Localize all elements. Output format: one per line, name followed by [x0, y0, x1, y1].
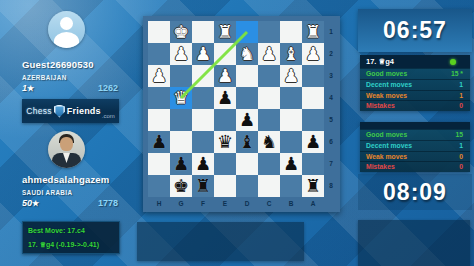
analysis-row-weak-moves: Weak moves1: [360, 90, 470, 101]
square-e7[interactable]: [214, 153, 236, 175]
analysis-label: Weak moves: [366, 91, 407, 101]
rank-label-2: 2: [324, 43, 338, 65]
square-g8[interactable]: ♚: [170, 175, 192, 197]
square-c6[interactable]: ♞: [258, 131, 280, 153]
square-h6[interactable]: ♟: [148, 131, 170, 153]
square-a1[interactable]: ♜: [302, 21, 324, 43]
analysis-value: 0: [459, 152, 463, 162]
analysis-row-mistakes: Mistakes0: [360, 100, 470, 111]
square-d5[interactable]: ♟: [236, 109, 258, 131]
analysis-value: 1: [459, 80, 463, 90]
square-h1[interactable]: [148, 21, 170, 43]
square-b1[interactable]: [280, 21, 302, 43]
square-a3[interactable]: [302, 65, 324, 87]
square-f4[interactable]: [192, 87, 214, 109]
analysis-label: Mistakes: [366, 101, 395, 111]
file-label-F: F: [192, 197, 214, 210]
square-a8[interactable]: ♜: [302, 175, 324, 197]
square-d1[interactable]: [236, 21, 258, 43]
analysis-row-weak-moves: Weak moves0: [360, 151, 470, 162]
logo-text-chess: Chess: [26, 106, 52, 116]
analysis-value: 0: [459, 162, 463, 172]
engine-analysis-box: Best Move: 17.c4 17. ♕g4 (-0.19->-0.41): [22, 221, 120, 254]
piece-white-rook-a1[interactable]: ♜: [302, 21, 324, 43]
analysis-header-empty: [360, 122, 470, 129]
analysis-label: Decent moves: [366, 141, 412, 151]
square-g2[interactable]: ♟: [170, 43, 192, 65]
analysis-label: Weak moves: [366, 152, 407, 162]
analysis-label: Decent moves: [366, 80, 412, 90]
rank-labels: 12345678: [324, 21, 338, 197]
rank-label-1: 1: [324, 21, 338, 43]
square-c7[interactable]: [258, 153, 280, 175]
analysis-label: Good moves: [366, 130, 407, 140]
piece-white-pawn-g2[interactable]: ♟: [170, 43, 192, 65]
file-label-E: E: [214, 197, 236, 210]
rank-label-4: 4: [324, 87, 338, 109]
square-g1[interactable]: ♚: [170, 21, 192, 43]
square-b8[interactable]: [280, 175, 302, 197]
logo-text-friends: Friends: [67, 106, 101, 116]
square-b7[interactable]: ♟: [280, 153, 302, 175]
square-f8[interactable]: ♜: [192, 175, 214, 197]
square-b3[interactable]: ♟: [280, 65, 302, 87]
logo-text-com: .com: [102, 113, 115, 119]
piece-white-pawn-b3[interactable]: ♟: [280, 65, 302, 87]
rank-label-6: 6: [324, 131, 338, 153]
bottom-player-clock: 08:09: [358, 174, 472, 210]
file-labels: HGFEDCBA: [148, 197, 324, 210]
piece-white-king-g1[interactable]: ♚: [170, 21, 192, 43]
good-move-dot-icon: [450, 59, 456, 65]
played-move-eval-text: 17. ♕g4 (-0.19->-0.41): [28, 241, 99, 249]
square-c8[interactable]: [258, 175, 280, 197]
bottom-player-rating: 1778: [98, 198, 118, 208]
chessfriends-logo: Chess Friends .com: [22, 99, 119, 123]
piece-white-queen-g4[interactable]: ♛: [170, 87, 192, 109]
bottom-player-stars: 50★: [22, 198, 39, 208]
top-player-country: AZERBAIJAN: [22, 74, 67, 81]
analysis-value: 1: [459, 91, 463, 101]
square-h4[interactable]: [148, 87, 170, 109]
square-h8[interactable]: [148, 175, 170, 197]
top-player-stars: 1★: [22, 83, 34, 93]
top-player-clock: 06:57: [358, 9, 472, 52]
square-b2[interactable]: ♝: [280, 43, 302, 65]
square-d4[interactable]: [236, 87, 258, 109]
game-screen: Guest26690530 AZERBAIJAN 1★ 1262 Chess F…: [0, 0, 474, 266]
file-label-G: G: [170, 197, 192, 210]
rank-label-7: 7: [324, 153, 338, 175]
piece-black-queen-e6[interactable]: ♛: [214, 131, 236, 153]
square-d8[interactable]: [236, 175, 258, 197]
analysis-value: 15: [455, 130, 463, 140]
bottom-player-country: SAUDI ARABIA: [22, 189, 72, 196]
file-label-A: A: [302, 197, 324, 210]
square-e8[interactable]: [214, 175, 236, 197]
chess-board-panel: ♚♜♜♟♟♞♟♝♟♟♟♟♛♟♟♟♛♝♞♟♟♟♟♚♜♜ HGFEDCBA 1234…: [143, 16, 340, 212]
piece-white-rook-e1[interactable]: ♜: [214, 21, 236, 43]
square-d2[interactable]: ♞: [236, 43, 258, 65]
top-player-name: Guest26690530: [22, 59, 94, 70]
square-g7[interactable]: ♟: [170, 153, 192, 175]
analysis-row-mistakes: Mistakes0: [360, 161, 470, 172]
square-a2[interactable]: ♟: [302, 43, 324, 65]
shield-icon: [54, 105, 65, 118]
analysis-row-good-moves: Good moves15: [360, 129, 470, 140]
square-h7[interactable]: [148, 153, 170, 175]
square-h5[interactable]: [148, 109, 170, 131]
square-a6[interactable]: ♟: [302, 131, 324, 153]
square-g3[interactable]: [170, 65, 192, 87]
square-g5[interactable]: [170, 109, 192, 131]
square-c5[interactable]: [258, 109, 280, 131]
analysis-row-decent-moves: Decent moves1: [360, 79, 470, 90]
analysis-panel-bottom: Good moves15Decent moves1Weak moves0Mist…: [360, 122, 470, 172]
square-e4[interactable]: ♟: [214, 87, 236, 109]
star-icon: ★: [27, 84, 34, 93]
top-player-avatar: [48, 11, 85, 48]
square-e2[interactable]: [214, 43, 236, 65]
analysis-value: 15 *: [451, 69, 463, 79]
bottom-player-avatar: [48, 131, 85, 168]
piece-black-pawn-f7[interactable]: ♟: [192, 153, 214, 175]
piece-black-pawn-b7[interactable]: ♟: [280, 153, 302, 175]
square-d3[interactable]: [236, 65, 258, 87]
file-label-H: H: [148, 197, 170, 210]
square-g6[interactable]: [170, 131, 192, 153]
square-f2[interactable]: ♟: [192, 43, 214, 65]
square-h2[interactable]: [148, 43, 170, 65]
piece-black-pawn-a6[interactable]: ♟: [302, 131, 324, 153]
piece-black-pawn-d5[interactable]: ♟: [236, 109, 258, 131]
rank-label-3: 3: [324, 65, 338, 87]
square-f7[interactable]: ♟: [192, 153, 214, 175]
top-player-rating: 1262: [98, 83, 118, 93]
square-f3[interactable]: [192, 65, 214, 87]
piece-white-pawn-e3[interactable]: ♟: [214, 65, 236, 87]
piece-black-bishop-d6[interactable]: ♝: [236, 131, 258, 153]
move-list-panel: [137, 222, 304, 261]
square-h3[interactable]: ♟: [148, 65, 170, 87]
square-c2[interactable]: ♟: [258, 43, 280, 65]
square-a4[interactable]: [302, 87, 324, 109]
analysis-value: 1: [459, 141, 463, 151]
piece-black-rook-f8[interactable]: ♜: [192, 175, 214, 197]
best-move-text: Best Move: 17.c4: [28, 227, 85, 234]
rank-label-5: 5: [324, 109, 338, 131]
square-c4[interactable]: [258, 87, 280, 109]
file-label-B: B: [280, 197, 302, 210]
chess-board[interactable]: ♚♜♜♟♟♞♟♝♟♟♟♟♛♟♟♟♛♝♞♟♟♟♟♚♜♜: [148, 21, 324, 197]
square-e3[interactable]: ♟: [214, 65, 236, 87]
square-a7[interactable]: [302, 153, 324, 175]
chat-panel: [358, 220, 470, 266]
piece-white-bishop-b2[interactable]: ♝: [280, 43, 302, 65]
square-e1[interactable]: ♜: [214, 21, 236, 43]
analysis-row-decent-moves: Decent moves1: [360, 140, 470, 151]
bottom-player-stats: 50★ 1778: [22, 198, 118, 210]
square-e5[interactable]: [214, 109, 236, 131]
file-label-D: D: [236, 197, 258, 210]
square-e6[interactable]: ♛: [214, 131, 236, 153]
square-d7[interactable]: [236, 153, 258, 175]
analysis-move-header: 17. ♕g4: [360, 55, 470, 68]
analysis-label: Mistakes: [366, 162, 395, 172]
file-label-C: C: [258, 197, 280, 210]
bottom-player-name: ahmedsalahgazem: [22, 174, 109, 185]
analysis-row-good-moves: Good moves15 *: [360, 68, 470, 79]
analysis-label: Good moves: [366, 69, 407, 79]
piece-white-knight-d2[interactable]: ♞: [236, 43, 258, 65]
square-b5[interactable]: [280, 109, 302, 131]
square-f6[interactable]: [192, 131, 214, 153]
square-b6[interactable]: [280, 131, 302, 153]
square-g4[interactable]: ♛: [170, 87, 192, 109]
piece-white-pawn-a2[interactable]: ♟: [302, 43, 324, 65]
rank-label-8: 8: [324, 175, 338, 197]
piece-black-knight-c6[interactable]: ♞: [258, 131, 280, 153]
piece-black-pawn-h6[interactable]: ♟: [148, 131, 170, 153]
piece-black-king-g8[interactable]: ♚: [170, 175, 192, 197]
square-c3[interactable]: [258, 65, 280, 87]
piece-white-pawn-f2[interactable]: ♟: [192, 43, 214, 65]
piece-white-pawn-h3[interactable]: ♟: [148, 65, 170, 87]
avatar-silhouette-icon: [60, 17, 73, 30]
square-a5[interactable]: [302, 109, 324, 131]
square-c1[interactable]: [258, 21, 280, 43]
top-player-stats: 1★ 1262: [22, 83, 118, 95]
piece-white-pawn-c2[interactable]: ♟: [258, 43, 280, 65]
piece-black-pawn-g7[interactable]: ♟: [170, 153, 192, 175]
piece-black-rook-a8[interactable]: ♜: [302, 175, 324, 197]
last-move-label: 17. ♕g4: [366, 57, 394, 66]
square-d6[interactable]: ♝: [236, 131, 258, 153]
square-f1[interactable]: [192, 21, 214, 43]
square-b4[interactable]: [280, 87, 302, 109]
analysis-panel-top: 17. ♕g4 Good moves15 *Decent moves1Weak …: [360, 55, 470, 111]
star-icon: ★: [32, 199, 39, 208]
piece-black-pawn-e4[interactable]: ♟: [214, 87, 236, 109]
analysis-value: 0: [459, 101, 463, 111]
square-f5[interactable]: [192, 109, 214, 131]
